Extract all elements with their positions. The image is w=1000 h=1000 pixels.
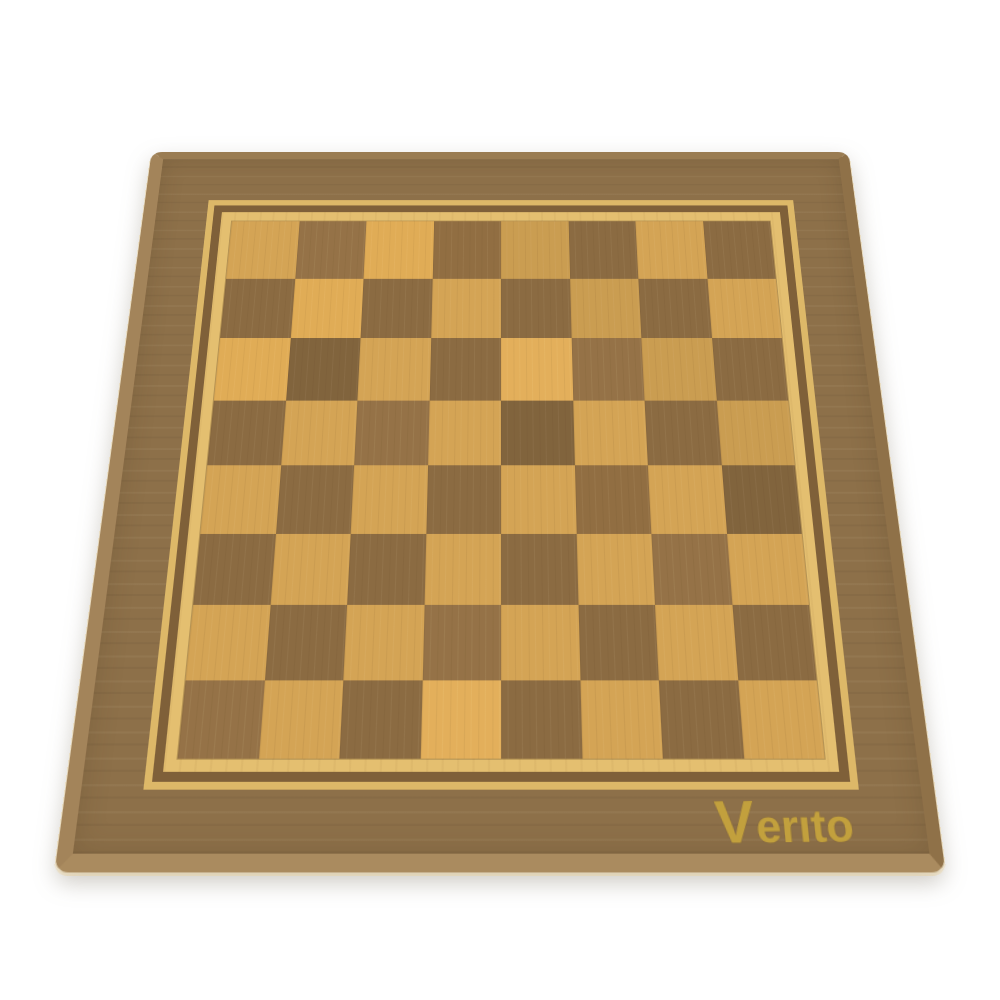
square-a7[interactable] [220,278,295,338]
square-h6[interactable] [712,338,789,400]
square-c7[interactable] [361,278,433,338]
square-e8[interactable] [501,221,570,278]
square-f2[interactable] [578,605,659,680]
brand-logo: Verıto [688,790,882,853]
square-c5[interactable] [354,400,429,465]
square-b6[interactable] [286,338,361,400]
square-e6[interactable] [501,338,573,400]
square-e5[interactable] [501,400,574,465]
square-e7[interactable] [501,278,571,338]
square-f4[interactable] [574,465,651,533]
square-e4[interactable] [501,465,576,533]
square-g4[interactable] [648,465,727,533]
square-c6[interactable] [357,338,430,400]
square-h4[interactable] [721,465,801,533]
square-b3[interactable] [270,533,351,604]
square-d2[interactable] [422,605,501,680]
square-h2[interactable] [732,605,817,680]
square-g3[interactable] [651,533,732,604]
square-g8[interactable] [635,221,707,278]
square-g1[interactable] [659,680,744,759]
square-b2[interactable] [264,605,347,680]
square-f6[interactable] [571,338,644,400]
square-d6[interactable] [429,338,501,400]
square-b5[interactable] [281,400,358,465]
square-g6[interactable] [641,338,716,400]
square-a5[interactable] [207,400,285,465]
square-a3[interactable] [193,533,275,604]
square-a1[interactable] [178,680,265,759]
square-f8[interactable] [568,221,638,278]
square-h1[interactable] [738,680,825,759]
frame-walnut-strip [152,205,850,781]
square-h5[interactable] [716,400,794,465]
square-f7[interactable] [570,278,642,338]
square-d7[interactable] [431,278,501,338]
square-c3[interactable] [347,533,426,604]
square-a2[interactable] [186,605,271,680]
square-f5[interactable] [573,400,648,465]
photo-stage: Verıto [109,77,891,859]
square-c2[interactable] [343,605,424,680]
square-b1[interactable] [259,680,344,759]
square-f1[interactable] [580,680,663,759]
board-inner-border [163,212,839,772]
chessboard-frame: Verıto [54,152,945,873]
square-d3[interactable] [424,533,501,604]
square-g7[interactable] [638,278,711,338]
square-a4[interactable] [200,465,280,533]
playing-grid [178,221,825,758]
square-b7[interactable] [290,278,363,338]
frame-pinstripe-inlay [143,200,858,789]
square-e3[interactable] [501,533,578,604]
square-c4[interactable] [351,465,428,533]
square-g5[interactable] [645,400,722,465]
square-c1[interactable] [339,680,422,759]
square-c8[interactable] [364,221,434,278]
square-e1[interactable] [501,680,582,759]
square-h3[interactable] [726,533,808,604]
square-h7[interactable] [707,278,782,338]
square-h8[interactable] [703,221,776,278]
square-a6[interactable] [214,338,290,400]
square-b8[interactable] [295,221,367,278]
square-g2[interactable] [655,605,738,680]
square-d5[interactable] [428,400,501,465]
square-d8[interactable] [432,221,501,278]
square-d4[interactable] [426,465,501,533]
square-a8[interactable] [226,221,299,278]
square-d1[interactable] [420,680,501,759]
square-f3[interactable] [576,533,655,604]
square-b4[interactable] [276,465,355,533]
square-e2[interactable] [501,605,580,680]
brand-logo-text: Verıto [687,789,881,854]
